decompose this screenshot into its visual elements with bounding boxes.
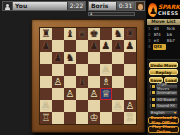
- black-player-avatar: [135, 1, 145, 11]
- square-c8[interactable]: ♝: [64, 28, 76, 40]
- white-player-name: You: [13, 2, 67, 10]
- black-b-piece[interactable]: ♝: [64, 27, 76, 40]
- square-h5[interactable]: [124, 64, 136, 76]
- square-b4[interactable]: ♙: [52, 76, 64, 88]
- square-f1[interactable]: [100, 112, 112, 124]
- black-move[interactable]: Bb7: [166, 38, 179, 44]
- square-f3[interactable]: ♕: [100, 88, 112, 100]
- white-p-piece[interactable]: ♙: [88, 87, 100, 100]
- download-offline-banner[interactable]: Download & Play Offline: [148, 117, 179, 125]
- move-row: 2Bf4b6: [148, 32, 179, 38]
- white-player-clock: 2:22: [67, 2, 85, 10]
- square-g5[interactable]: [112, 64, 124, 76]
- square-e1[interactable]: ♔: [88, 112, 100, 124]
- black-p-piece[interactable]: ♟: [52, 51, 64, 64]
- white-move[interactable]: Bf4: [153, 32, 166, 38]
- square-g1[interactable]: [112, 112, 124, 124]
- square-d3[interactable]: [76, 88, 88, 100]
- checkbox-icon[interactable]: [151, 90, 156, 95]
- square-d4[interactable]: ♝: [76, 76, 88, 88]
- square-a1[interactable]: ♖: [40, 112, 52, 124]
- black-p-piece[interactable]: ♟: [88, 39, 100, 52]
- square-c5[interactable]: [64, 64, 76, 76]
- move-row: 1d4Nc6: [148, 26, 179, 32]
- square-b8[interactable]: [52, 28, 64, 40]
- white-p-piece[interactable]: ♙: [52, 75, 64, 88]
- flame-icon: ♟: [148, 3, 157, 17]
- black-move[interactable]: Nc6: [166, 26, 179, 32]
- black-p-piece[interactable]: ♟: [124, 39, 136, 52]
- square-a5[interactable]: [40, 64, 52, 76]
- square-b2[interactable]: [52, 100, 64, 112]
- move-row: 3e3Bb7: [148, 38, 179, 44]
- move-number: 3: [148, 38, 153, 44]
- square-e3[interactable]: ♙: [88, 88, 100, 100]
- square-d7[interactable]: [76, 40, 88, 52]
- square-f2[interactable]: [100, 100, 112, 112]
- board: ♜♝♛♚♞♜♟♟♟♟♟♟♞♙♙♝♗♙♙♕♙♙♙♖♔♖: [39, 27, 137, 125]
- white-q-piece[interactable]: ♕: [100, 87, 112, 100]
- option-row[interactable]: Animation: [149, 90, 178, 96]
- white-player-bar: You 2:22: [2, 1, 86, 11]
- square-e6[interactable]: [88, 52, 100, 64]
- option-label: 3D Board: [157, 97, 175, 102]
- engine-thinking-bar: 4: [88, 12, 135, 16]
- square-b3[interactable]: [52, 88, 64, 100]
- black-b-piece[interactable]: ♝: [76, 75, 88, 88]
- square-a4[interactable]: [40, 76, 52, 88]
- black-p-piece[interactable]: ♟: [40, 39, 52, 52]
- white-k-piece[interactable]: ♔: [88, 111, 100, 124]
- logo-line1: SPARK: [158, 3, 180, 10]
- black-player-name: Boris: [89, 2, 116, 10]
- square-c2[interactable]: [64, 100, 76, 112]
- sidebar: ♟ SPARK CHESS Move List 1d4Nc62Bf4b63e3B…: [146, 0, 180, 135]
- square-a6[interactable]: [40, 52, 52, 64]
- square-b6[interactable]: ♟: [52, 52, 64, 64]
- move-number: 1: [148, 26, 153, 32]
- square-a7[interactable]: ♟: [40, 40, 52, 52]
- square-d8[interactable]: ♛: [76, 28, 88, 40]
- square-g4[interactable]: [112, 76, 124, 88]
- sparkchess-app: You 2:22 Boris 0:31 4 ♜♝♛♚♞♜♟♟♟♟♟♟♞♙♙♝♗♙…: [0, 0, 180, 135]
- face-icon: [138, 4, 143, 10]
- chevron-down-icon: ▾: [174, 110, 176, 115]
- black-p-piece[interactable]: ♟: [112, 39, 124, 52]
- option-row[interactable]: 3D Board: [149, 97, 178, 103]
- checkbox-icon[interactable]: [151, 103, 156, 108]
- board-frame: ♜♝♛♚♞♜♟♟♟♟♟♟♞♙♙♝♗♙♙♕♙♙♙♖♔♖: [31, 19, 145, 133]
- move-list-header: Move List: [147, 19, 180, 25]
- square-g7[interactable]: ♟: [112, 40, 124, 52]
- square-d2[interactable]: [76, 100, 88, 112]
- play-online-banner[interactable]: Play Chess Online: [148, 126, 179, 134]
- white-move[interactable]: e3: [153, 38, 166, 44]
- sparkchess-logo: ♟ SPARK CHESS: [147, 0, 180, 19]
- square-d1[interactable]: [76, 112, 88, 124]
- black-move[interactable]: [166, 44, 179, 50]
- white-move[interactable]: d4: [153, 26, 166, 32]
- replay-pgn-button[interactable]: Replay PGN: [149, 69, 178, 75]
- square-g6[interactable]: [112, 52, 124, 64]
- black-p-piece[interactable]: ♟: [100, 39, 112, 52]
- pawn-icon: ♟: [148, 5, 158, 17]
- square-h7[interactable]: ♟: [124, 40, 136, 52]
- square-e5[interactable]: [88, 64, 100, 76]
- square-f7[interactable]: ♟: [100, 40, 112, 52]
- black-q-piece[interactable]: ♛: [76, 27, 88, 40]
- options-list: Legal MovesAnimation3D BoardSound FX: [147, 84, 180, 109]
- move-row: 4Qf3: [148, 44, 179, 50]
- square-h4[interactable]: [124, 76, 136, 88]
- square-h6[interactable]: [124, 52, 136, 64]
- white-r-piece[interactable]: ♖: [124, 111, 136, 124]
- white-move[interactable]: Qf3: [153, 44, 166, 50]
- square-c3[interactable]: ♙: [64, 88, 76, 100]
- square-c1[interactable]: [64, 112, 76, 124]
- checkbox-icon[interactable]: [151, 84, 156, 89]
- white-r-piece[interactable]: ♖: [40, 111, 52, 124]
- option-label: Animation: [157, 90, 176, 95]
- square-e7[interactable]: ♟: [88, 40, 100, 52]
- black-player-clock: 0:31: [116, 2, 134, 10]
- move-list[interactable]: 1d4Nc62Bf4b63e3Bb74Qf3: [147, 25, 180, 60]
- white-p-piece[interactable]: ♙: [112, 99, 124, 112]
- square-c6[interactable]: ♞: [64, 52, 76, 64]
- logo-line2: CHESS: [158, 10, 180, 16]
- white-p-piece[interactable]: ♙: [64, 87, 76, 100]
- white-player-avatar: [3, 2, 13, 10]
- black-move[interactable]: b6: [166, 32, 179, 38]
- language-select[interactable]: English ▾: [149, 110, 178, 116]
- black-n-piece[interactable]: ♞: [64, 51, 76, 64]
- square-h1[interactable]: ♖: [124, 112, 136, 124]
- checkbox-icon[interactable]: [151, 97, 156, 102]
- move-number: 4: [148, 44, 153, 50]
- square-b1[interactable]: [52, 112, 64, 124]
- option-row[interactable]: Sound FX: [149, 103, 178, 109]
- black-player-bar: Boris 0:31: [88, 1, 135, 11]
- square-d6[interactable]: [76, 52, 88, 64]
- language-label: English: [151, 110, 165, 115]
- square-g2[interactable]: ♙: [112, 100, 124, 112]
- option-label: Sound FX: [157, 103, 175, 108]
- move-number: 2: [148, 32, 153, 38]
- option-row[interactable]: Legal Moves: [149, 84, 178, 90]
- undo-move-button[interactable]: Undo Move: [149, 62, 178, 68]
